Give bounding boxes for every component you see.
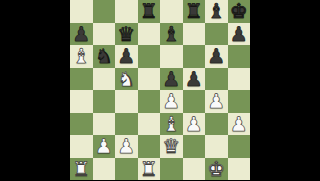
square-a5[interactable] bbox=[70, 68, 93, 91]
piece-black-king[interactable]: ♚ bbox=[230, 0, 248, 22]
piece-black-queen[interactable]: ♛ bbox=[117, 23, 135, 45]
piece-white-rook[interactable]: ♜ bbox=[140, 158, 158, 180]
piece-white-pawn[interactable]: ♟ bbox=[185, 113, 203, 135]
square-f8[interactable]: ♜ bbox=[183, 0, 206, 23]
square-a4[interactable] bbox=[70, 90, 93, 113]
square-h4[interactable] bbox=[228, 90, 251, 113]
square-g2[interactable] bbox=[205, 135, 228, 158]
piece-black-rook[interactable]: ♜ bbox=[185, 0, 203, 22]
square-f7[interactable] bbox=[183, 23, 206, 46]
piece-white-queen[interactable]: ♛ bbox=[162, 135, 180, 157]
square-b3[interactable] bbox=[93, 113, 116, 136]
square-g8[interactable]: ♝ bbox=[205, 0, 228, 23]
square-b7[interactable] bbox=[93, 23, 116, 46]
square-a7[interactable]: ♟ bbox=[70, 23, 93, 46]
square-f1[interactable] bbox=[183, 158, 206, 181]
square-b2[interactable]: ♟ bbox=[93, 135, 116, 158]
square-c1[interactable] bbox=[115, 158, 138, 181]
square-e6[interactable] bbox=[160, 45, 183, 68]
square-c5[interactable]: ♞ bbox=[115, 68, 138, 91]
square-a3[interactable] bbox=[70, 113, 93, 136]
square-b1[interactable] bbox=[93, 158, 116, 181]
square-b8[interactable] bbox=[93, 0, 116, 23]
piece-black-pawn[interactable]: ♟ bbox=[207, 45, 225, 67]
square-d6[interactable] bbox=[138, 45, 161, 68]
piece-black-rook[interactable]: ♜ bbox=[140, 0, 158, 22]
square-f5[interactable]: ♟ bbox=[183, 68, 206, 91]
square-h1[interactable] bbox=[228, 158, 251, 181]
piece-white-pawn[interactable]: ♟ bbox=[162, 90, 180, 112]
square-h3[interactable]: ♟ bbox=[228, 113, 251, 136]
piece-white-pawn[interactable]: ♟ bbox=[117, 135, 135, 157]
square-c7[interactable]: ♛ bbox=[115, 23, 138, 46]
square-h7[interactable]: ♟ bbox=[228, 23, 251, 46]
square-g4[interactable]: ♟ bbox=[205, 90, 228, 113]
square-e5[interactable]: ♟ bbox=[160, 68, 183, 91]
piece-white-bishop[interactable]: ♝ bbox=[72, 45, 90, 67]
square-h5[interactable] bbox=[228, 68, 251, 91]
square-e4[interactable]: ♟ bbox=[160, 90, 183, 113]
square-h8[interactable]: ♚ bbox=[228, 0, 251, 23]
chess-board: ♜♜♝♚♟♛♝♟♝♞♟♟♞♟♟♟♟♝♟♟♟♟♛♜♜♚ bbox=[70, 0, 250, 180]
square-h6[interactable] bbox=[228, 45, 251, 68]
square-f2[interactable] bbox=[183, 135, 206, 158]
square-d4[interactable] bbox=[138, 90, 161, 113]
square-a1[interactable]: ♜ bbox=[70, 158, 93, 181]
right-letterbox-bar bbox=[250, 0, 320, 180]
square-g6[interactable]: ♟ bbox=[205, 45, 228, 68]
piece-white-pawn[interactable]: ♟ bbox=[230, 113, 248, 135]
piece-black-pawn[interactable]: ♟ bbox=[162, 68, 180, 90]
piece-white-pawn[interactable]: ♟ bbox=[207, 90, 225, 112]
square-c4[interactable] bbox=[115, 90, 138, 113]
piece-black-bishop[interactable]: ♝ bbox=[207, 0, 225, 22]
chess-app-screen: ♜♜♝♚♟♛♝♟♝♞♟♟♞♟♟♟♟♝♟♟♟♟♛♜♜♚ bbox=[0, 0, 320, 180]
square-h2[interactable] bbox=[228, 135, 251, 158]
piece-white-rook[interactable]: ♜ bbox=[72, 158, 90, 180]
square-f3[interactable]: ♟ bbox=[183, 113, 206, 136]
piece-white-pawn[interactable]: ♟ bbox=[95, 135, 113, 157]
square-d5[interactable] bbox=[138, 68, 161, 91]
square-d2[interactable] bbox=[138, 135, 161, 158]
piece-white-bishop[interactable]: ♝ bbox=[162, 113, 180, 135]
square-e1[interactable] bbox=[160, 158, 183, 181]
square-c2[interactable]: ♟ bbox=[115, 135, 138, 158]
square-g1[interactable]: ♚ bbox=[205, 158, 228, 181]
square-f4[interactable] bbox=[183, 90, 206, 113]
left-letterbox-bar bbox=[0, 0, 70, 180]
square-d1[interactable]: ♜ bbox=[138, 158, 161, 181]
square-b4[interactable] bbox=[93, 90, 116, 113]
square-g3[interactable] bbox=[205, 113, 228, 136]
piece-black-bishop[interactable]: ♝ bbox=[162, 23, 180, 45]
square-c8[interactable] bbox=[115, 0, 138, 23]
square-e8[interactable] bbox=[160, 0, 183, 23]
piece-black-pawn[interactable]: ♟ bbox=[230, 23, 248, 45]
square-d3[interactable] bbox=[138, 113, 161, 136]
piece-black-pawn[interactable]: ♟ bbox=[185, 68, 203, 90]
square-e3[interactable]: ♝ bbox=[160, 113, 183, 136]
square-g7[interactable] bbox=[205, 23, 228, 46]
square-g5[interactable] bbox=[205, 68, 228, 91]
square-a2[interactable] bbox=[70, 135, 93, 158]
piece-black-pawn[interactable]: ♟ bbox=[117, 45, 135, 67]
piece-black-knight[interactable]: ♞ bbox=[95, 45, 113, 67]
square-f6[interactable] bbox=[183, 45, 206, 68]
square-b6[interactable]: ♞ bbox=[93, 45, 116, 68]
square-e7[interactable]: ♝ bbox=[160, 23, 183, 46]
piece-white-knight[interactable]: ♞ bbox=[117, 68, 135, 90]
piece-black-pawn[interactable]: ♟ bbox=[72, 23, 90, 45]
square-e2[interactable]: ♛ bbox=[160, 135, 183, 158]
square-d8[interactable]: ♜ bbox=[138, 0, 161, 23]
piece-white-king[interactable]: ♚ bbox=[207, 158, 225, 180]
square-c6[interactable]: ♟ bbox=[115, 45, 138, 68]
square-d7[interactable] bbox=[138, 23, 161, 46]
square-b5[interactable] bbox=[93, 68, 116, 91]
square-a6[interactable]: ♝ bbox=[70, 45, 93, 68]
square-c3[interactable] bbox=[115, 113, 138, 136]
square-a8[interactable] bbox=[70, 0, 93, 23]
